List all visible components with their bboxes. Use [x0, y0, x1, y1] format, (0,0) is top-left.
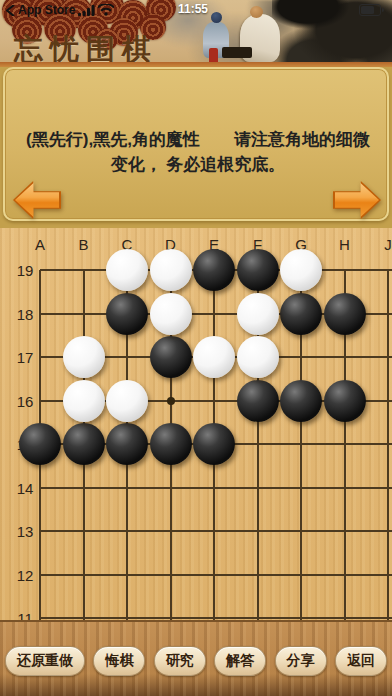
stone-black-G18[interactable]	[280, 293, 322, 335]
row-label-17: 17	[17, 349, 34, 366]
stone-black-F16[interactable]	[237, 380, 279, 422]
stone-black-D15[interactable]	[150, 423, 192, 465]
stone-black-F19[interactable]	[237, 249, 279, 291]
col-label-B: B	[78, 236, 88, 253]
stone-black-G16[interactable]	[280, 380, 322, 422]
toolbar-buttons: 还原重做 悔棋 研究 解答 分享 返回	[0, 646, 392, 676]
reset-redo-button[interactable]: 还原重做	[5, 646, 85, 676]
row-label-13: 13	[17, 523, 34, 540]
undo-button[interactable]: 悔棋	[93, 646, 145, 676]
stone-black-H16[interactable]	[324, 380, 366, 422]
answer-button[interactable]: 解答	[214, 646, 266, 676]
wifi-icon	[98, 4, 114, 16]
row-label-14: 14	[17, 479, 34, 496]
stone-white-B17[interactable]	[63, 336, 105, 378]
back-to-app-store[interactable]: App Store	[6, 3, 114, 17]
stone-white-F17[interactable]	[237, 336, 279, 378]
header-art-goban	[222, 47, 252, 58]
stone-white-D19[interactable]	[150, 249, 192, 291]
stone-white-F18[interactable]	[237, 293, 279, 335]
stone-white-D18[interactable]	[150, 293, 192, 335]
grid-line-row-11	[40, 617, 392, 619]
col-label-H: H	[339, 236, 350, 253]
grid-line-col-J	[387, 270, 389, 620]
stone-black-H18[interactable]	[324, 293, 366, 335]
puzzle-panel: (黑先行),黑先,角的魔性 请注意角地的细微 变化， 务必追根究底。	[3, 67, 389, 221]
grid-line-row-12	[40, 574, 392, 576]
row-label-16: 16	[17, 392, 34, 409]
stone-black-B15[interactable]	[63, 423, 105, 465]
row-label-11: 11	[17, 610, 33, 621]
stone-black-D17[interactable]	[150, 336, 192, 378]
stone-white-G19[interactable]	[280, 249, 322, 291]
puzzle-instruction-line1: (黑先行),黑先,角的魔性 请注意角地的细微	[15, 127, 381, 152]
grid-line-row-13	[40, 530, 392, 532]
stone-black-E15[interactable]	[193, 423, 235, 465]
stone-black-A15[interactable]	[19, 423, 61, 465]
share-button[interactable]: 分享	[275, 646, 327, 676]
back-chevron-icon	[6, 5, 15, 16]
stone-black-C18[interactable]	[106, 293, 148, 335]
stone-white-C16[interactable]	[106, 380, 148, 422]
bottom-toolbar: 还原重做 悔棋 研究 解答 分享 返回	[0, 620, 392, 696]
battery-icon	[359, 4, 384, 16]
col-label-A: A	[35, 236, 45, 253]
research-button[interactable]: 研究	[154, 646, 206, 676]
prev-problem-arrow[interactable]	[13, 181, 61, 219]
back-button[interactable]: 返回	[335, 646, 387, 676]
stone-black-C15[interactable]	[106, 423, 148, 465]
grid-line-row-14	[40, 487, 392, 489]
row-label-19: 19	[17, 262, 34, 279]
app-screen: 忘忧围棋 App Store 11:55 (黑先行),黑先,角的魔性 请注意角地…	[0, 0, 392, 696]
row-label-18: 18	[17, 305, 34, 322]
puzzle-instruction-line2: 变化， 务必追根究底。	[15, 152, 381, 177]
back-label: App Store	[18, 3, 75, 17]
row-label-12: 12	[17, 566, 34, 583]
status-bar: App Store 11:55	[0, 0, 392, 20]
puzzle-instruction: (黑先行),黑先,角的魔性 请注意角地的细微 变化， 务必追根究底。	[15, 127, 381, 177]
stone-white-C19[interactable]	[106, 249, 148, 291]
star-point-D16	[167, 397, 175, 405]
clock: 11:55	[178, 2, 208, 16]
next-problem-arrow[interactable]	[333, 181, 381, 219]
stone-white-E17[interactable]	[193, 336, 235, 378]
stone-black-E19[interactable]	[193, 249, 235, 291]
go-board[interactable]: ABCDEFGHJ191817161514131211	[0, 228, 392, 620]
col-label-J: J	[384, 236, 392, 253]
cellular-signal-icon	[78, 5, 95, 16]
stone-white-B16[interactable]	[63, 380, 105, 422]
